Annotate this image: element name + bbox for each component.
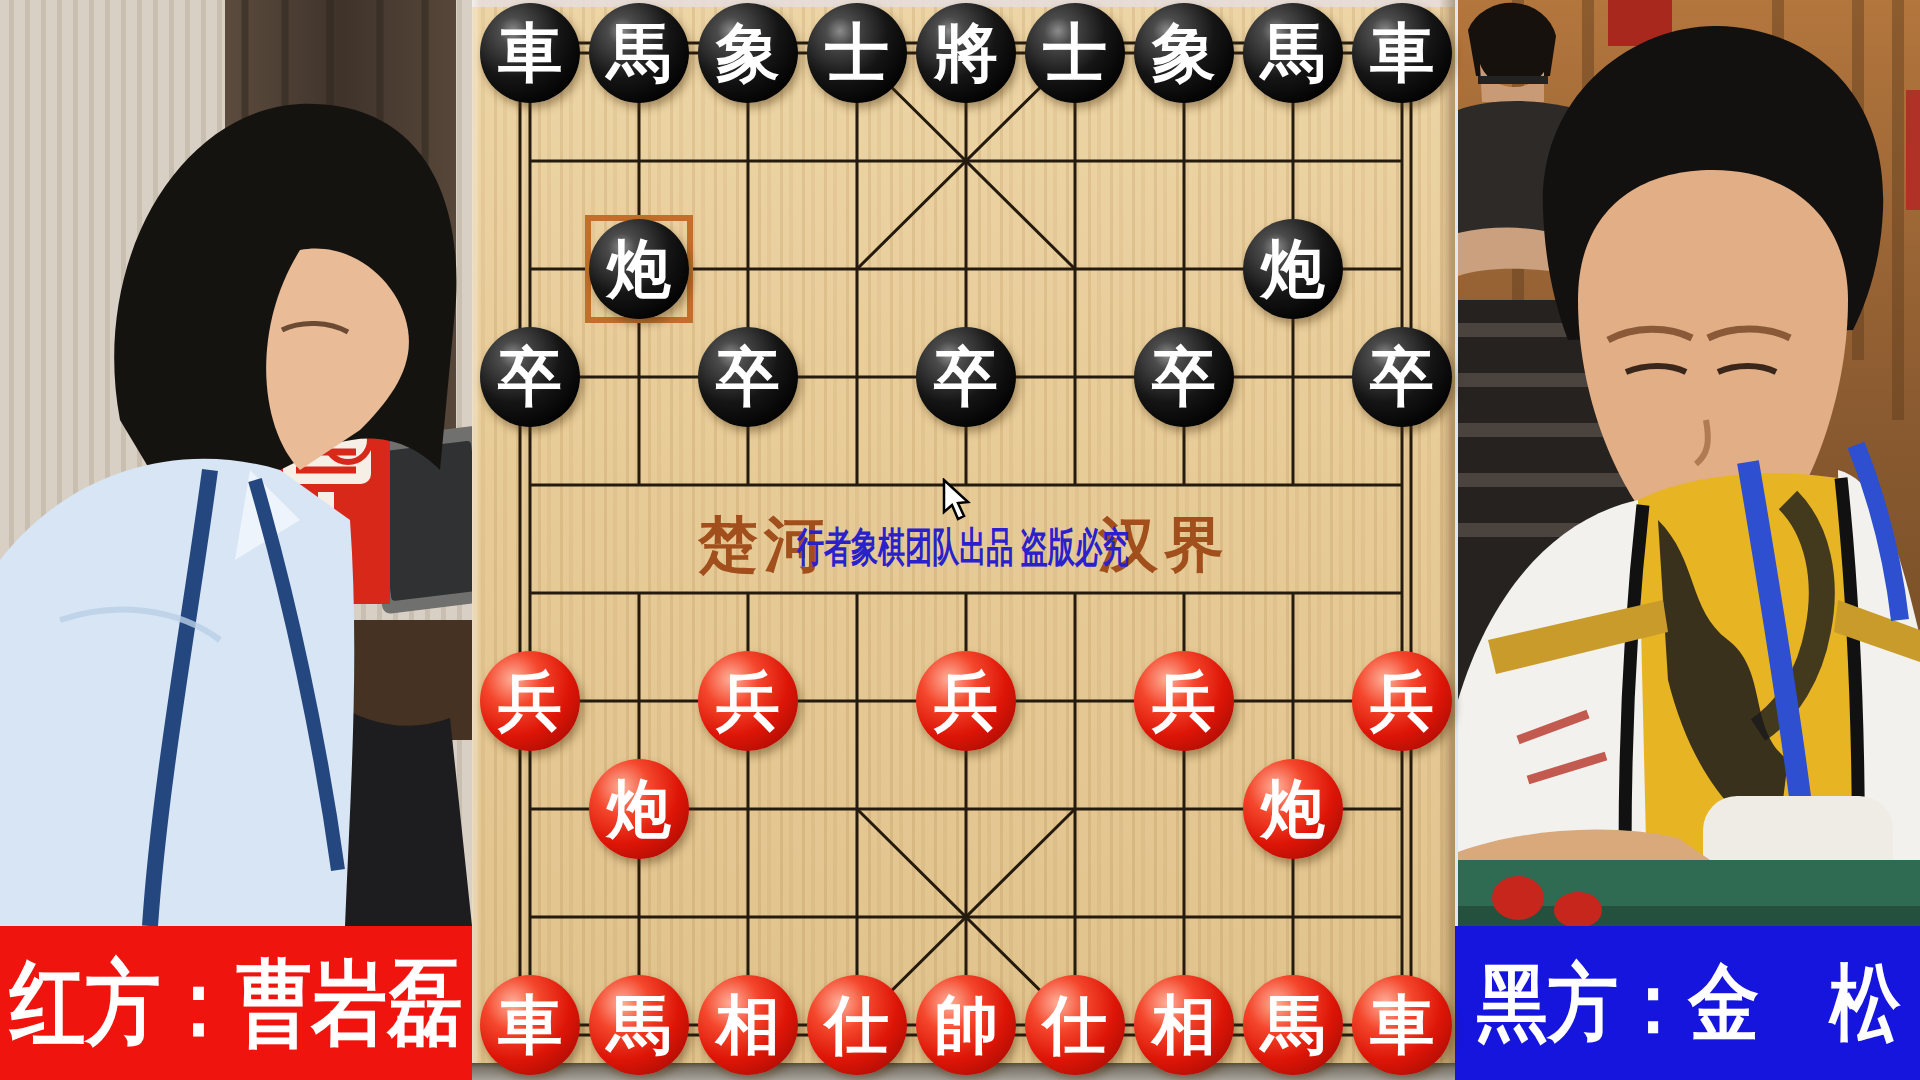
piece-black-chariot[interactable]: 車: [1352, 3, 1452, 103]
piece-red-horse[interactable]: 馬: [589, 975, 689, 1075]
piece-black-soldier[interactable]: 卒: [480, 327, 580, 427]
red-player-name: 红方：曹岩磊: [0, 926, 462, 1080]
piece-black-soldier[interactable]: 卒: [1134, 327, 1234, 427]
piece-black-soldier[interactable]: 卒: [698, 327, 798, 427]
piece-black-advisor[interactable]: 士: [807, 3, 907, 103]
piece-black-chariot[interactable]: 車: [480, 3, 580, 103]
piece-red-advisor[interactable]: 仕: [807, 975, 907, 1075]
piece-black-cannon[interactable]: 炮: [589, 219, 689, 319]
piece-red-elephant[interactable]: 相: [698, 975, 798, 1075]
piece-black-advisor[interactable]: 士: [1025, 3, 1125, 103]
red-player-label-bar: 红方：曹岩磊: [0, 926, 475, 1080]
piece-red-general[interactable]: 帥: [916, 975, 1016, 1075]
piece-red-cannon[interactable]: 炮: [1243, 759, 1343, 859]
board-edge-left: [472, 0, 480, 1080]
piece-black-horse[interactable]: 馬: [589, 3, 689, 103]
piece-red-chariot[interactable]: 車: [1352, 975, 1452, 1075]
black-player-photo-illustration: [1458, 0, 1920, 926]
xiangqi-board[interactable]: 楚河 汉界 行者象棋团队出品 盗版必究 車馬象士將士象馬車炮炮卒卒卒卒卒兵兵兵兵…: [472, 0, 1455, 1080]
piece-red-cannon[interactable]: 炮: [589, 759, 689, 859]
red-player-photo-illustration: [0, 0, 472, 926]
piece-black-cannon[interactable]: 炮: [1243, 219, 1343, 319]
black-player-label-bar: 黑方：金 松: [1455, 926, 1920, 1080]
mouse-cursor: [942, 478, 972, 522]
piece-red-horse[interactable]: 馬: [1243, 975, 1343, 1075]
piece-red-soldier[interactable]: 兵: [480, 651, 580, 751]
piece-red-chariot[interactable]: 車: [480, 975, 580, 1075]
piece-black-elephant[interactable]: 象: [1134, 3, 1234, 103]
piece-red-elephant[interactable]: 相: [1134, 975, 1234, 1075]
piece-black-soldier[interactable]: 卒: [916, 327, 1016, 427]
board-edge-right: [1439, 0, 1455, 1080]
piece-black-general[interactable]: 將: [916, 3, 1016, 103]
app-watermark: 行者象棋团队出品 盗版必究: [765, 520, 1161, 575]
piece-black-horse[interactable]: 馬: [1243, 3, 1343, 103]
black-player-photo: [1455, 0, 1920, 926]
red-player-photo: [0, 0, 475, 926]
piece-red-soldier[interactable]: 兵: [1352, 651, 1452, 751]
piece-black-elephant[interactable]: 象: [698, 3, 798, 103]
piece-red-advisor[interactable]: 仕: [1025, 975, 1125, 1075]
piece-black-soldier[interactable]: 卒: [1352, 327, 1452, 427]
piece-red-soldier[interactable]: 兵: [916, 651, 1016, 751]
piece-red-soldier[interactable]: 兵: [1134, 651, 1234, 751]
broadcast-frame: 红方：曹岩磊 黑方：金 松 楚河 汉界 行者象棋团队出品 盗版必究 車馬象士將士…: [0, 0, 1920, 1080]
black-player-name: 黑方：金 松: [1455, 926, 1900, 1080]
piece-red-soldier[interactable]: 兵: [698, 651, 798, 751]
